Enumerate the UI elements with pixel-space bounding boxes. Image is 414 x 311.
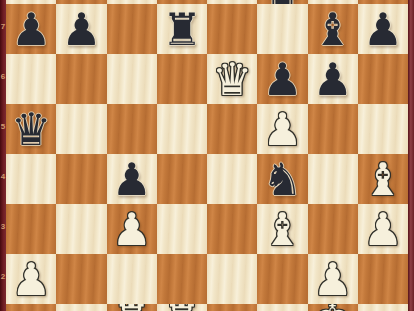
square-a6 (6, 54, 56, 104)
black-pawn: ♟ (257, 54, 307, 104)
white-queen: ♛ (207, 54, 257, 104)
black-knight: ♞ (257, 154, 307, 204)
square-g5 (308, 104, 358, 154)
square-a3 (6, 204, 56, 254)
square-a4 (6, 154, 56, 204)
square-e1 (207, 304, 257, 311)
square-g2: ♟ (308, 254, 358, 304)
square-g3 (308, 204, 358, 254)
rank-label-4: 4 (1, 173, 5, 181)
chess-diagram: 765432 ♚♟♟♜♝♟♛♟♟♛♟♟♞♝♟♝♟♟♟♜♜♚ (0, 0, 414, 311)
square-b5 (56, 104, 106, 154)
white-king: ♚ (308, 304, 358, 311)
square-g6: ♟ (308, 54, 358, 104)
rank-label-6: 6 (1, 73, 5, 81)
square-a5: ♛ (6, 104, 56, 154)
square-f7 (257, 4, 307, 54)
square-h7: ♟ (358, 4, 408, 54)
square-f5: ♟ (257, 104, 307, 154)
square-c6 (107, 54, 157, 104)
square-f1 (257, 304, 307, 311)
square-g1: ♚ (308, 304, 358, 311)
white-bishop: ♝ (358, 154, 408, 204)
white-pawn: ♟ (257, 104, 307, 154)
square-h1 (358, 304, 408, 311)
white-rook: ♜ (157, 304, 207, 311)
square-d5 (157, 104, 207, 154)
white-pawn: ♟ (6, 254, 56, 304)
square-b1 (56, 304, 106, 311)
black-pawn: ♟ (6, 4, 56, 54)
black-pawn: ♟ (308, 54, 358, 104)
square-c5 (107, 104, 157, 154)
rank-label-3: 3 (1, 223, 5, 231)
square-b6 (56, 54, 106, 104)
square-a1 (6, 304, 56, 311)
white-rook: ♜ (107, 304, 157, 311)
square-d2 (157, 254, 207, 304)
square-c2 (107, 254, 157, 304)
square-f4: ♞ (257, 154, 307, 204)
square-d7: ♜ (157, 4, 207, 54)
white-pawn: ♟ (308, 254, 358, 304)
square-b2 (56, 254, 106, 304)
rank-label-7: 7 (1, 23, 5, 31)
square-h2 (358, 254, 408, 304)
white-pawn: ♟ (358, 204, 408, 254)
square-a2: ♟ (6, 254, 56, 304)
square-b3 (56, 204, 106, 254)
rank-label-2: 2 (1, 273, 5, 281)
square-d3 (157, 204, 207, 254)
square-f2 (257, 254, 307, 304)
square-h4: ♝ (358, 154, 408, 204)
square-d1: ♜ (157, 304, 207, 311)
square-a7: ♟ (6, 4, 56, 54)
square-g7: ♝ (308, 4, 358, 54)
square-e4 (207, 154, 257, 204)
square-h5 (358, 104, 408, 154)
square-e5 (207, 104, 257, 154)
square-b7: ♟ (56, 4, 106, 54)
square-c4: ♟ (107, 154, 157, 204)
square-e6: ♛ (207, 54, 257, 104)
square-g4 (308, 154, 358, 204)
white-pawn: ♟ (107, 204, 157, 254)
chess-board: ♚♟♟♜♝♟♛♟♟♛♟♟♞♝♟♝♟♟♟♜♜♚ (6, 0, 408, 311)
square-h3: ♟ (358, 204, 408, 254)
black-pawn: ♟ (56, 4, 106, 54)
board-right-border (408, 0, 414, 311)
square-b4 (56, 154, 106, 204)
rank-label-5: 5 (1, 123, 5, 131)
black-bishop: ♝ (308, 4, 358, 54)
black-pawn: ♟ (358, 4, 408, 54)
square-c7 (107, 4, 157, 54)
square-f3: ♝ (257, 204, 307, 254)
black-queen: ♛ (6, 104, 56, 154)
square-d4 (157, 154, 207, 204)
square-e2 (207, 254, 257, 304)
black-pawn: ♟ (107, 154, 157, 204)
white-bishop: ♝ (257, 204, 307, 254)
square-f6: ♟ (257, 54, 307, 104)
square-e7 (207, 4, 257, 54)
black-rook: ♜ (157, 4, 207, 54)
square-d6 (157, 54, 207, 104)
square-c1: ♜ (107, 304, 157, 311)
square-h6 (358, 54, 408, 104)
square-c3: ♟ (107, 204, 157, 254)
square-e3 (207, 204, 257, 254)
